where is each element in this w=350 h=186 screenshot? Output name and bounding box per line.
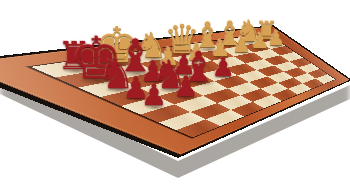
chess-board [0,25,350,158]
chess-set-product-photo: ♜♞♝♟♟♝♟♛♟♞♟♚♟♜♝♟♟♚♟♝♞♞♟♟♟ [0,0,350,186]
